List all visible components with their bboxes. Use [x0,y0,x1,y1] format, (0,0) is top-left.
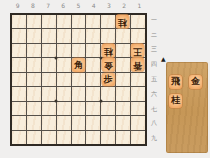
board-cell[interactable] [27,116,41,129]
board-cell[interactable] [57,102,71,115]
file-label: 5 [71,1,86,10]
board-cell[interactable] [12,102,26,115]
board-cell[interactable] [57,131,71,144]
board-cell[interactable] [86,87,100,100]
rank-coordinates: 一二三四五六七八九 [149,13,159,146]
board-cell[interactable] [57,58,71,71]
board-cell[interactable] [57,87,71,100]
board-cell[interactable] [116,116,130,129]
board-cell[interactable] [86,44,100,57]
file-label: 6 [56,1,71,10]
shogi-piece-gote[interactable]: 香 [131,58,144,72]
board-cell[interactable] [72,87,86,100]
board-cell[interactable] [72,73,86,86]
board-cell[interactable] [42,29,56,42]
board-cell[interactable] [86,58,100,71]
hoshi-star-point [55,100,58,103]
board-cell[interactable] [72,44,86,57]
hand-piece[interactable]: 飛 [169,75,182,89]
file-label: 8 [25,1,40,10]
shogi-piece-gote[interactable]: 王 [131,44,144,58]
board-cell[interactable] [101,15,115,28]
board-cell[interactable] [72,131,86,144]
board-cell[interactable] [86,102,100,115]
board-cell[interactable] [116,131,130,144]
komadai-piece-stand: 飛金桂 [166,62,208,153]
shogi-piece-gote[interactable]: 金 [102,58,115,72]
board-cell[interactable] [42,87,56,100]
board-cell[interactable] [116,102,130,115]
board-cell[interactable] [27,44,41,57]
rank-label: 六 [149,87,159,102]
shogi-diagram: 987654321 桂桂王角金香歩 一二三四五六七八九 ▲ 飛金桂 [0,0,210,158]
shogi-board: 桂桂王角金香歩 [10,13,147,146]
board-cell[interactable] [27,102,41,115]
file-coordinates: 987654321 [10,1,147,10]
rank-label: 三 [149,43,159,58]
board-cell[interactable] [101,131,115,144]
board-cell[interactable] [12,58,26,71]
board-cell[interactable] [131,15,145,28]
board-cell[interactable] [57,116,71,129]
board-cell[interactable] [72,29,86,42]
board-cell[interactable] [57,15,71,28]
board-cell[interactable] [42,116,56,129]
board-cell[interactable] [131,73,145,86]
board-cell[interactable] [101,87,115,100]
shogi-piece-gote[interactable]: 桂 [102,44,115,58]
board-cell[interactable] [42,102,56,115]
board-cell[interactable] [57,44,71,57]
board-cell[interactable] [12,131,26,144]
board-cell[interactable] [116,73,130,86]
board-cell[interactable] [116,29,130,42]
board-cell[interactable] [27,131,41,144]
hoshi-star-point [55,56,58,59]
hand-piece[interactable]: 金 [189,75,202,89]
board-cell[interactable] [42,73,56,86]
rank-label: 四 [149,57,159,72]
board-cell[interactable] [12,73,26,86]
board-cell[interactable] [72,116,86,129]
board-cell[interactable] [12,87,26,100]
rank-label: 二 [149,28,159,43]
rank-label: 七 [149,102,159,117]
rank-label: 五 [149,72,159,87]
board-cell[interactable] [27,29,41,42]
board-cell[interactable] [12,116,26,129]
board-cell[interactable] [101,102,115,115]
board-cell[interactable] [86,15,100,28]
file-label: 7 [40,1,55,10]
board-cell[interactable] [131,87,145,100]
shogi-piece-sente[interactable]: 歩 [102,73,115,87]
rank-label: 九 [149,131,159,146]
file-label: 4 [86,1,101,10]
board-cell[interactable] [116,87,130,100]
board-cell[interactable] [131,116,145,129]
sente-marker: ▲ [161,56,166,62]
board-cell[interactable] [131,29,145,42]
file-label: 1 [132,1,147,10]
board-cell[interactable] [86,116,100,129]
rank-label: 八 [149,116,159,131]
shogi-piece-sente[interactable]: 角 [72,58,85,72]
board-cell[interactable] [86,29,100,42]
sente-hand-pieces: 飛金桂 [169,75,202,108]
board-cell[interactable] [131,102,145,115]
board-cell[interactable] [42,58,56,71]
board-cell[interactable] [12,29,26,42]
board-cell[interactable] [57,29,71,42]
file-label: 9 [10,1,25,10]
hoshi-star-point [99,100,102,103]
board-cell[interactable] [27,87,41,100]
board-cell[interactable] [42,15,56,28]
hand-piece[interactable]: 桂 [169,94,182,108]
board-cell[interactable] [72,102,86,115]
board-cell[interactable] [27,15,41,28]
board-cell[interactable] [57,73,71,86]
board-cell[interactable] [72,15,86,28]
shogi-piece-gote[interactable]: 桂 [116,15,129,29]
board-cell[interactable] [101,29,115,42]
board-cell[interactable] [12,44,26,57]
board-cell[interactable] [42,131,56,144]
board-cell[interactable] [131,131,145,144]
board-cell[interactable] [27,58,41,71]
file-label: 3 [101,1,116,10]
board-cell[interactable] [27,73,41,86]
file-label: 2 [117,1,132,10]
board-cell[interactable] [116,44,130,57]
board-cell[interactable] [116,58,130,71]
board-cell[interactable] [86,73,100,86]
board-cell[interactable] [101,116,115,129]
board-cell[interactable] [86,131,100,144]
board-cell[interactable] [42,44,56,57]
rank-label: 一 [149,13,159,28]
board-cell[interactable] [12,15,26,28]
